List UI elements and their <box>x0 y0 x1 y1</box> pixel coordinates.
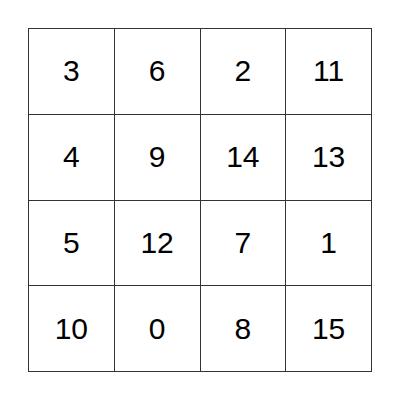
tile-r1c1[interactable]: 9 <box>115 115 200 200</box>
tile-r0c3[interactable]: 11 <box>286 29 371 114</box>
tile-r3c1[interactable]: 0 <box>115 286 200 371</box>
number-grid-board: 3 6 2 11 4 9 14 13 5 12 7 1 10 0 8 15 <box>28 28 372 372</box>
tile-r3c3[interactable]: 15 <box>286 286 371 371</box>
tile-r0c2[interactable]: 2 <box>201 29 286 114</box>
tile-r1c3[interactable]: 13 <box>286 115 371 200</box>
tile-r1c2[interactable]: 14 <box>201 115 286 200</box>
tile-r2c3[interactable]: 1 <box>286 201 371 286</box>
tile-r2c1[interactable]: 12 <box>115 201 200 286</box>
puzzle-stage: 3 6 2 11 4 9 14 13 5 12 7 1 10 0 8 15 <box>0 0 400 400</box>
tile-r0c0[interactable]: 3 <box>29 29 114 114</box>
tile-r1c0[interactable]: 4 <box>29 115 114 200</box>
tile-r2c0[interactable]: 5 <box>29 201 114 286</box>
tile-r3c2[interactable]: 8 <box>201 286 286 371</box>
tile-r2c2[interactable]: 7 <box>201 201 286 286</box>
tile-r3c0[interactable]: 10 <box>29 286 114 371</box>
tile-r0c1[interactable]: 6 <box>115 29 200 114</box>
